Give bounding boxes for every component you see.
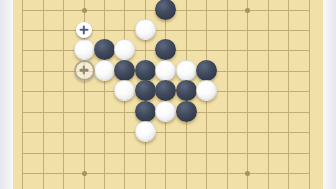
grid-line-vertical [104,0,105,189]
black-stone [155,80,176,101]
grid-line-vertical [309,0,310,189]
grid-line-vertical [63,0,64,189]
black-stone [94,39,115,60]
white-stone [94,60,115,81]
star-point [82,8,87,13]
white-stone [196,80,217,101]
white-stone [155,60,176,81]
white-stone [74,39,95,60]
white-stone [135,121,156,142]
white-stone [135,19,156,40]
white-stone [114,39,135,60]
grid-line-vertical [288,0,289,189]
white-stone [114,80,135,101]
black-stone [135,60,156,81]
black-stone [155,39,176,60]
letterbox-right [323,0,336,189]
grid-line-vertical [247,0,248,189]
placement-cursor-icon[interactable] [76,22,92,38]
grid-line-vertical [268,0,269,189]
black-stone [176,80,197,101]
black-stone [135,80,156,101]
star-point [245,171,250,176]
letterbox-left [0,0,13,189]
black-stone [176,101,197,122]
ghost-stone-target[interactable] [74,60,95,81]
black-stone [196,60,217,81]
black-stone [135,101,156,122]
grid-line-vertical [227,0,228,189]
star-point [82,171,87,176]
gomoku-board[interactable] [13,0,323,189]
star-point [245,8,250,13]
grid-line-vertical [43,0,44,189]
white-stone [155,101,176,122]
black-stone [155,0,176,20]
white-stone [176,60,197,81]
grid-line-vertical [22,0,23,189]
gomoku-game-screen [0,0,336,189]
black-stone [114,60,135,81]
